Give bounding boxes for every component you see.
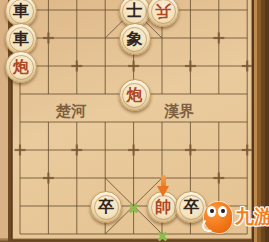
piece-red-cannon[interactable]: 炮 xyxy=(119,79,151,111)
piece-character: 炮 xyxy=(13,59,29,75)
piece-black-elephant[interactable]: 象 xyxy=(119,23,151,55)
piece-character: 士 xyxy=(127,3,143,19)
piece-character: 炮 xyxy=(127,87,143,103)
piece-character: 車 xyxy=(13,31,29,47)
watermark-text: 九游 xyxy=(235,204,269,230)
piece-character: 兵 xyxy=(155,3,171,19)
piece-red-cannon[interactable]: 炮 xyxy=(5,51,37,83)
9game-mascot-icon xyxy=(204,202,232,233)
piece-character: 卒 xyxy=(183,199,199,215)
piece-character: 車 xyxy=(13,3,29,19)
river-label-han-jie: 漢界 xyxy=(164,102,208,120)
move-hint-arrow-icon xyxy=(157,175,170,197)
xiangqi-board[interactable]: 楚河 漢界 車車士象炮炮兵卒帥卒 九游 xyxy=(0,0,269,242)
piece-character: 象 xyxy=(127,31,143,47)
piece-character: 帥 xyxy=(155,199,171,215)
watermark: 九游 xyxy=(204,198,269,236)
piece-black-soldier[interactable]: 卒 xyxy=(90,191,122,223)
piece-character: 卒 xyxy=(98,199,114,215)
river-label-chu-he: 楚河 xyxy=(56,102,100,120)
board-frame-bottom xyxy=(0,238,252,242)
